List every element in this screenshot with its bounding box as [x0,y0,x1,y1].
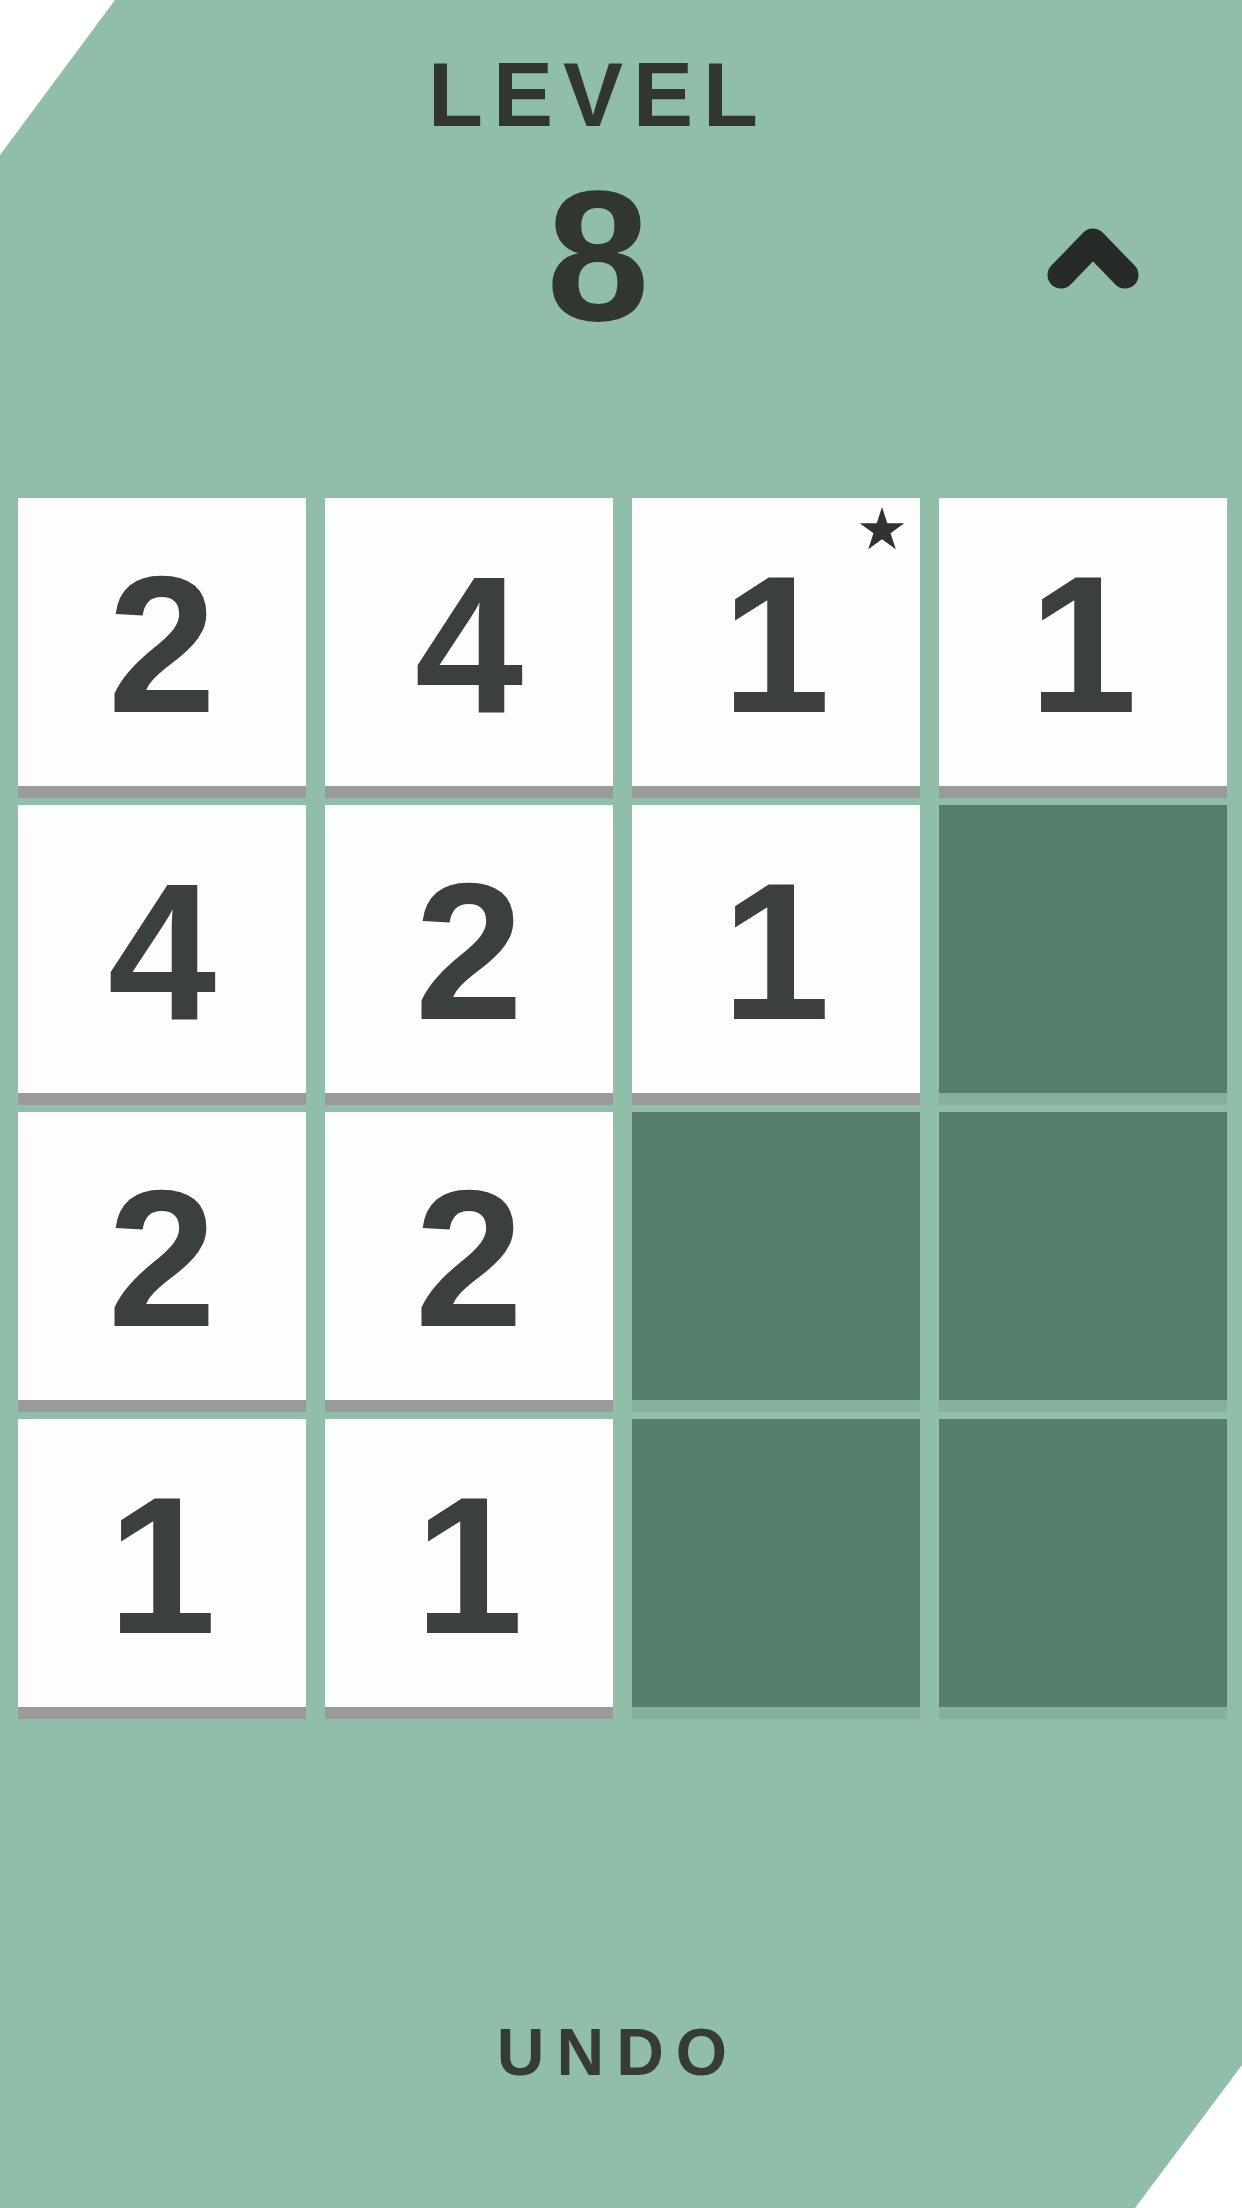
number-tile-r1c2[interactable]: 4 [325,498,613,786]
filled-cell-r2c4 [939,805,1227,1093]
tile-number: 1 [108,1468,216,1663]
tile-number: 4 [415,547,523,742]
undo-button[interactable]: UNDO [0,2014,1236,2090]
filled-cell-r3c4 [939,1112,1227,1400]
number-tile-r1c3[interactable]: 1★ [632,498,920,786]
level-number: 8 [0,164,1196,349]
tile-number: 2 [108,1161,216,1356]
tile-number: 1 [415,1468,523,1663]
filled-cell-r3c3 [632,1112,920,1400]
filled-cell-r4c3 [632,1419,920,1707]
star-icon: ★ [856,500,908,558]
tile-number: 4 [108,854,216,1049]
tile-number: 1 [722,854,830,1049]
number-tile-r2c2[interactable]: 2 [325,805,613,1093]
number-tile-r2c3[interactable]: 1 [632,805,920,1093]
number-tile-r4c1[interactable]: 1 [18,1419,306,1707]
number-tile-r1c4[interactable]: 1 [939,498,1227,786]
chevron-up-icon [1041,219,1145,295]
number-tile-r3c2[interactable]: 2 [325,1112,613,1400]
level-select-button[interactable] [1038,212,1148,302]
tile-number: 2 [415,1161,523,1356]
number-tile-r3c1[interactable]: 2 [18,1112,306,1400]
board-grid: 241★14212211 [18,498,1227,1707]
tile-number: 1 [1029,547,1137,742]
filled-cell-r4c4 [939,1419,1227,1707]
tile-number: 1 [722,547,830,742]
level-label: LEVEL [0,44,1196,147]
tile-number: 2 [415,854,523,1049]
number-tile-r2c1[interactable]: 4 [18,805,306,1093]
number-tile-r4c2[interactable]: 1 [325,1419,613,1707]
number-tile-r1c1[interactable]: 2 [18,498,306,786]
tile-number: 2 [108,547,216,742]
